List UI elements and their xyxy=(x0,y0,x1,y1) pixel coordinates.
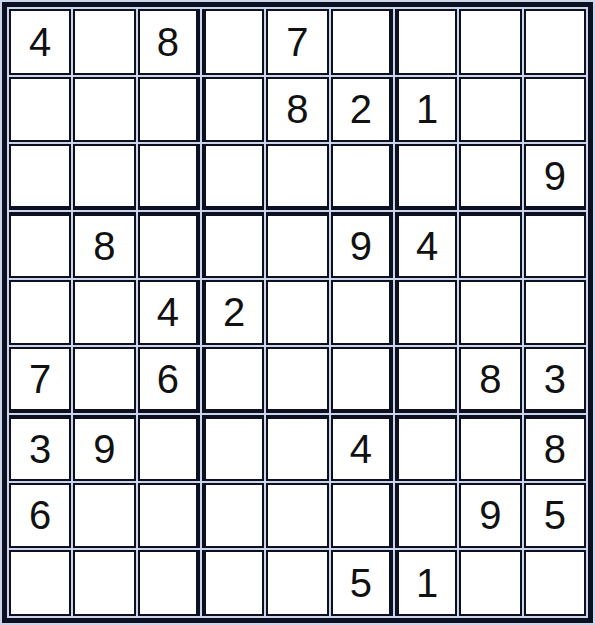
cell-r3c6[interactable] xyxy=(331,144,393,210)
cell-r2c3[interactable] xyxy=(138,77,200,143)
cell-r8c9[interactable]: 5 xyxy=(524,483,586,549)
cell-r9c8[interactable] xyxy=(459,550,521,616)
cell-r1c2[interactable] xyxy=(73,9,135,75)
cell-r7c6[interactable]: 4 xyxy=(331,415,393,481)
cell-r1c8[interactable] xyxy=(459,9,521,75)
cell-r9c2[interactable] xyxy=(73,550,135,616)
sudoku-grid: 4878219894427683394869551 xyxy=(9,9,586,616)
cell-r8c6[interactable] xyxy=(331,483,393,549)
cell-r6c3[interactable]: 6 xyxy=(138,347,200,413)
given-digit: 8 xyxy=(157,22,179,62)
cell-r4c6[interactable]: 9 xyxy=(331,212,393,278)
cell-r4c1[interactable] xyxy=(9,212,71,278)
cell-r5c3[interactable]: 4 xyxy=(138,280,200,346)
given-digit: 9 xyxy=(350,226,372,266)
cell-r5c7[interactable] xyxy=(395,280,457,346)
cell-r7c8[interactable] xyxy=(459,415,521,481)
cell-r4c4[interactable] xyxy=(202,212,264,278)
given-digit: 9 xyxy=(479,495,501,535)
cell-r2c5[interactable]: 8 xyxy=(266,77,328,143)
cell-r5c2[interactable] xyxy=(73,280,135,346)
cell-r6c5[interactable] xyxy=(266,347,328,413)
given-digit: 8 xyxy=(479,359,501,399)
cell-r5c9[interactable] xyxy=(524,280,586,346)
given-digit: 8 xyxy=(286,89,308,129)
cell-r8c1[interactable]: 6 xyxy=(9,483,71,549)
given-digit: 8 xyxy=(544,429,566,469)
cell-r6c1[interactable]: 7 xyxy=(9,347,71,413)
cell-r7c3[interactable] xyxy=(138,415,200,481)
cell-r9c3[interactable] xyxy=(138,550,200,616)
given-digit: 7 xyxy=(29,359,51,399)
cell-r6c8[interactable]: 8 xyxy=(459,347,521,413)
given-digit: 4 xyxy=(350,429,372,469)
given-digit: 2 xyxy=(223,292,245,332)
cell-r8c3[interactable] xyxy=(138,483,200,549)
cell-r5c6[interactable] xyxy=(331,280,393,346)
cell-r6c7[interactable] xyxy=(395,347,457,413)
given-digit: 7 xyxy=(286,22,308,62)
given-digit: 8 xyxy=(93,226,115,266)
cell-r5c4[interactable]: 2 xyxy=(202,280,264,346)
given-digit: 2 xyxy=(350,89,372,129)
sudoku-board-frame: 4878219894427683394869551 xyxy=(2,2,593,623)
cell-r3c1[interactable] xyxy=(9,144,71,210)
cell-r9c1[interactable] xyxy=(9,550,71,616)
cell-r9c7[interactable]: 1 xyxy=(395,550,457,616)
cell-r7c1[interactable]: 3 xyxy=(9,415,71,481)
given-digit: 5 xyxy=(350,563,372,603)
cell-r7c5[interactable] xyxy=(266,415,328,481)
cell-r8c8[interactable]: 9 xyxy=(459,483,521,549)
cell-r9c9[interactable] xyxy=(524,550,586,616)
cell-r5c1[interactable] xyxy=(9,280,71,346)
cell-r9c5[interactable] xyxy=(266,550,328,616)
cell-r2c9[interactable] xyxy=(524,77,586,143)
cell-r1c9[interactable] xyxy=(524,9,586,75)
cell-r7c9[interactable]: 8 xyxy=(524,415,586,481)
given-digit: 1 xyxy=(416,89,438,129)
cell-r7c2[interactable]: 9 xyxy=(73,415,135,481)
cell-r6c9[interactable]: 3 xyxy=(524,347,586,413)
cell-r9c4[interactable] xyxy=(202,550,264,616)
cell-r8c4[interactable] xyxy=(202,483,264,549)
cell-r2c1[interactable] xyxy=(9,77,71,143)
cell-r4c5[interactable] xyxy=(266,212,328,278)
cell-r1c7[interactable] xyxy=(395,9,457,75)
cell-r4c3[interactable] xyxy=(138,212,200,278)
cell-r8c5[interactable] xyxy=(266,483,328,549)
cell-r1c5[interactable]: 7 xyxy=(266,9,328,75)
given-digit: 5 xyxy=(544,495,566,535)
cell-r1c4[interactable] xyxy=(202,9,264,75)
cell-r7c4[interactable] xyxy=(202,415,264,481)
cell-r4c7[interactable]: 4 xyxy=(395,212,457,278)
given-digit: 1 xyxy=(416,563,438,603)
cell-r3c5[interactable] xyxy=(266,144,328,210)
cell-r9c6[interactable]: 5 xyxy=(331,550,393,616)
cell-r4c8[interactable] xyxy=(459,212,521,278)
cell-r2c4[interactable] xyxy=(202,77,264,143)
cell-r4c9[interactable] xyxy=(524,212,586,278)
cell-r1c6[interactable] xyxy=(331,9,393,75)
cell-r1c1[interactable]: 4 xyxy=(9,9,71,75)
cell-r6c6[interactable] xyxy=(331,347,393,413)
cell-r3c7[interactable] xyxy=(395,144,457,210)
cell-r1c3[interactable]: 8 xyxy=(138,9,200,75)
given-digit: 4 xyxy=(157,292,179,332)
cell-r3c4[interactable] xyxy=(202,144,264,210)
given-digit: 9 xyxy=(544,156,566,196)
cell-r8c2[interactable] xyxy=(73,483,135,549)
cell-r2c8[interactable] xyxy=(459,77,521,143)
cell-r5c8[interactable] xyxy=(459,280,521,346)
cell-r3c9[interactable]: 9 xyxy=(524,144,586,210)
cell-r7c7[interactable] xyxy=(395,415,457,481)
cell-r6c2[interactable] xyxy=(73,347,135,413)
cell-r3c8[interactable] xyxy=(459,144,521,210)
given-digit: 6 xyxy=(157,359,179,399)
cell-r8c7[interactable] xyxy=(395,483,457,549)
cell-r3c2[interactable] xyxy=(73,144,135,210)
cell-r3c3[interactable] xyxy=(138,144,200,210)
given-digit: 3 xyxy=(29,429,51,469)
cell-r4c2[interactable]: 8 xyxy=(73,212,135,278)
cell-r2c6[interactable]: 2 xyxy=(331,77,393,143)
given-digit: 4 xyxy=(29,22,51,62)
cell-r6c4[interactable] xyxy=(202,347,264,413)
sudoku-board-wrapper: 4878219894427683394869551 xyxy=(0,0,595,625)
given-digit: 9 xyxy=(93,429,115,469)
given-digit: 4 xyxy=(416,226,438,266)
given-digit: 3 xyxy=(544,359,566,399)
given-digit: 6 xyxy=(29,495,51,535)
cell-r5c5[interactable] xyxy=(266,280,328,346)
cell-r2c7[interactable]: 1 xyxy=(395,77,457,143)
cell-r2c2[interactable] xyxy=(73,77,135,143)
